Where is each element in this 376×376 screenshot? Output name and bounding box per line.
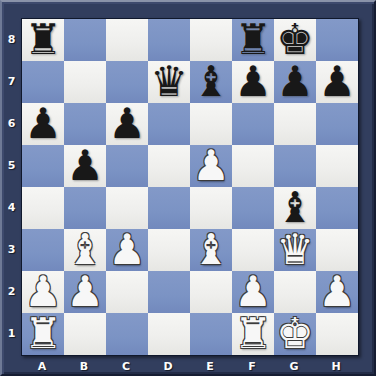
square-f7[interactable]: ♟ <box>232 61 274 103</box>
square-h2[interactable]: ♟ <box>316 271 358 313</box>
square-c7[interactable] <box>106 61 148 103</box>
square-h6[interactable] <box>316 103 358 145</box>
piece-white-pawn[interactable]: ♟ <box>66 271 104 313</box>
square-b3[interactable]: ♝ <box>64 229 106 271</box>
rank-label-1: 1 <box>2 312 21 354</box>
square-a5[interactable] <box>22 145 64 187</box>
rank-label-2: 2 <box>2 270 21 312</box>
square-h3[interactable] <box>316 229 358 271</box>
square-b6[interactable] <box>64 103 106 145</box>
piece-white-bishop[interactable]: ♝ <box>66 229 104 271</box>
file-label-f: F <box>231 356 273 376</box>
square-e5[interactable]: ♟ <box>190 145 232 187</box>
square-a2[interactable]: ♟ <box>22 271 64 313</box>
square-f5[interactable] <box>232 145 274 187</box>
square-h8[interactable] <box>316 19 358 61</box>
square-a8[interactable]: ♜ <box>22 19 64 61</box>
square-d6[interactable] <box>148 103 190 145</box>
square-b7[interactable] <box>64 61 106 103</box>
square-c6[interactable]: ♟ <box>106 103 148 145</box>
file-label-g: G <box>273 356 315 376</box>
square-f4[interactable] <box>232 187 274 229</box>
square-g1[interactable]: ♚ <box>274 313 316 355</box>
square-h7[interactable]: ♟ <box>316 61 358 103</box>
piece-white-pawn[interactable]: ♟ <box>318 271 356 313</box>
square-e8[interactable] <box>190 19 232 61</box>
square-e1[interactable] <box>190 313 232 355</box>
square-c4[interactable] <box>106 187 148 229</box>
piece-white-rook[interactable]: ♜ <box>24 313 62 355</box>
square-d3[interactable] <box>148 229 190 271</box>
rank-label-4: 4 <box>2 186 21 228</box>
rank-label-3: 3 <box>2 228 21 270</box>
square-d5[interactable] <box>148 145 190 187</box>
rank-label-5: 5 <box>2 144 21 186</box>
piece-white-pawn[interactable]: ♟ <box>24 271 62 313</box>
piece-white-pawn[interactable]: ♟ <box>108 229 146 271</box>
square-g5[interactable] <box>274 145 316 187</box>
square-c5[interactable] <box>106 145 148 187</box>
square-b8[interactable] <box>64 19 106 61</box>
file-label-e: E <box>189 356 231 376</box>
piece-black-pawn[interactable]: ♟ <box>276 61 314 103</box>
file-label-a: A <box>21 356 63 376</box>
square-b2[interactable]: ♟ <box>64 271 106 313</box>
square-g4[interactable]: ♝ <box>274 187 316 229</box>
square-f1[interactable]: ♜ <box>232 313 274 355</box>
square-a7[interactable] <box>22 61 64 103</box>
square-c3[interactable]: ♟ <box>106 229 148 271</box>
square-e2[interactable] <box>190 271 232 313</box>
square-e6[interactable] <box>190 103 232 145</box>
rank-label-8: 8 <box>2 18 21 60</box>
file-label-d: D <box>147 356 189 376</box>
piece-white-rook[interactable]: ♜ <box>234 313 272 355</box>
rank-label-6: 6 <box>2 102 21 144</box>
square-h5[interactable] <box>316 145 358 187</box>
square-d1[interactable] <box>148 313 190 355</box>
rank-labels: 87654321 <box>2 18 21 354</box>
piece-black-rook[interactable]: ♜ <box>24 19 62 61</box>
square-h4[interactable] <box>316 187 358 229</box>
piece-white-pawn[interactable]: ♟ <box>234 271 272 313</box>
piece-white-pawn[interactable]: ♟ <box>192 145 230 187</box>
square-d4[interactable] <box>148 187 190 229</box>
square-c1[interactable] <box>106 313 148 355</box>
square-a1[interactable]: ♜ <box>22 313 64 355</box>
file-label-h: H <box>315 356 357 376</box>
piece-white-queen[interactable]: ♛ <box>276 229 314 271</box>
chess-board-frame: 87654321 ♜♜♚♛♝♟♟♟♟♟♟♟♝♝♟♝♛♟♟♟♟♜♜♚ ABCDEF… <box>0 0 376 376</box>
square-g7[interactable]: ♟ <box>274 61 316 103</box>
square-f2[interactable]: ♟ <box>232 271 274 313</box>
square-g6[interactable] <box>274 103 316 145</box>
square-d8[interactable] <box>148 19 190 61</box>
square-b5[interactable]: ♟ <box>64 145 106 187</box>
square-d7[interactable]: ♛ <box>148 61 190 103</box>
square-b4[interactable] <box>64 187 106 229</box>
file-label-c: C <box>105 356 147 376</box>
piece-black-pawn[interactable]: ♟ <box>318 61 356 103</box>
square-c8[interactable] <box>106 19 148 61</box>
square-f3[interactable] <box>232 229 274 271</box>
square-e3[interactable]: ♝ <box>190 229 232 271</box>
square-e7[interactable]: ♝ <box>190 61 232 103</box>
square-d2[interactable] <box>148 271 190 313</box>
square-a3[interactable] <box>22 229 64 271</box>
piece-black-pawn[interactable]: ♟ <box>108 103 146 145</box>
piece-black-pawn[interactable]: ♟ <box>234 61 272 103</box>
square-e4[interactable] <box>190 187 232 229</box>
piece-black-king[interactable]: ♚ <box>276 19 314 61</box>
chess-board: ♜♜♚♛♝♟♟♟♟♟♟♟♝♝♟♝♛♟♟♟♟♜♜♚ <box>21 18 359 356</box>
square-c2[interactable] <box>106 271 148 313</box>
piece-black-bishop[interactable]: ♝ <box>192 61 230 103</box>
square-a4[interactable] <box>22 187 64 229</box>
piece-white-bishop[interactable]: ♝ <box>192 229 230 271</box>
piece-black-pawn[interactable]: ♟ <box>24 103 62 145</box>
square-f8[interactable]: ♜ <box>232 19 274 61</box>
piece-black-pawn[interactable]: ♟ <box>66 145 104 187</box>
piece-black-bishop[interactable]: ♝ <box>276 187 314 229</box>
piece-black-rook[interactable]: ♜ <box>234 19 272 61</box>
square-f6[interactable] <box>232 103 274 145</box>
piece-white-king[interactable]: ♚ <box>276 313 314 355</box>
square-g2[interactable] <box>274 271 316 313</box>
square-b1[interactable] <box>64 313 106 355</box>
square-a6[interactable]: ♟ <box>22 103 64 145</box>
file-label-b: B <box>63 356 105 376</box>
rank-label-7: 7 <box>2 60 21 102</box>
square-h1[interactable] <box>316 313 358 355</box>
square-g3[interactable]: ♛ <box>274 229 316 271</box>
file-labels: ABCDEFGH <box>21 356 357 376</box>
piece-black-queen[interactable]: ♛ <box>150 61 188 103</box>
square-g8[interactable]: ♚ <box>274 19 316 61</box>
